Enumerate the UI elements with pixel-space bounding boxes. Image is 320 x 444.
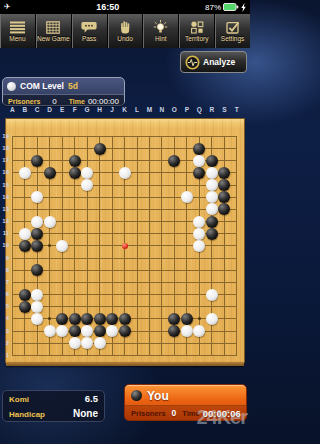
com-time-label: Time — [69, 98, 85, 105]
coord-label-row-8: 8 — [0, 267, 9, 273]
coord-label-col-P: P — [182, 106, 192, 113]
undo-button[interactable]: Undo — [108, 14, 144, 48]
black-stone-O4 — [168, 313, 180, 325]
komi-value: 6.5 — [85, 393, 98, 404]
white-stone-G3 — [81, 325, 93, 337]
white-stone-R6 — [206, 289, 218, 301]
black-stone-H18 — [94, 143, 106, 155]
coord-label-row-10: 10 — [0, 242, 9, 248]
white-stone-J3 — [106, 325, 118, 337]
hint-button-label: Hint — [155, 35, 167, 42]
black-stone-F4 — [69, 313, 81, 325]
coord-label-col-G: G — [82, 106, 92, 113]
black-stone-B6 — [19, 289, 31, 301]
you-prisoners-label: Prisoners — [131, 409, 166, 418]
coord-label-row-9: 9 — [0, 255, 9, 261]
analyze-button-label: Analyze — [203, 57, 235, 67]
white-stone-B16 — [19, 167, 31, 179]
coord-label-row-3: 3 — [0, 328, 9, 334]
new-game-button[interactable]: New Game — [36, 14, 72, 48]
star-point — [198, 317, 201, 320]
white-stone-G16 — [81, 167, 93, 179]
pass-button[interactable]: Pass — [72, 14, 108, 48]
black-stone-O17 — [168, 155, 180, 167]
you-player-label: You — [147, 389, 169, 403]
white-stone-C4 — [31, 313, 43, 325]
black-stone-G4 — [81, 313, 93, 325]
move-marker-K10 — [122, 243, 128, 249]
black-stone-R17 — [206, 155, 218, 167]
territory-squares-icon — [190, 21, 204, 34]
grid-line — [236, 136, 237, 355]
black-stone-S13 — [218, 203, 230, 215]
com-prisoners-value: 0 — [52, 97, 56, 106]
coord-label-col-L: L — [132, 106, 142, 113]
coord-label-row-11: 11 — [0, 230, 9, 236]
coord-label-row-4: 4 — [0, 315, 9, 321]
coord-label-row-2: 2 — [0, 340, 9, 346]
black-stone-P4 — [181, 313, 193, 325]
black-stone-C17 — [31, 155, 43, 167]
star-point — [48, 244, 51, 247]
coord-label-row-14: 14 — [0, 194, 9, 200]
coord-label-row-15: 15 — [0, 182, 9, 188]
white-stone-C12 — [31, 216, 43, 228]
toolbar: Menu New Game Pass Undo — [0, 14, 250, 48]
white-stone-G15 — [81, 179, 93, 191]
grid-line — [137, 136, 138, 355]
grid-line — [161, 136, 162, 355]
coord-label-col-S: S — [219, 106, 229, 113]
coord-label-col-M: M — [145, 106, 155, 113]
white-stone-C5 — [31, 301, 43, 313]
coord-label-col-N: N — [157, 106, 167, 113]
black-stone-F3 — [69, 325, 81, 337]
coord-label-row-17: 17 — [0, 157, 9, 163]
lightbulb-icon — [153, 20, 168, 34]
white-stone-Q10 — [193, 240, 205, 252]
white-stone-Q17 — [193, 155, 205, 167]
com-player-label: COM Level — [20, 81, 64, 91]
grid-line — [12, 270, 238, 271]
white-stone-R13 — [206, 203, 218, 215]
black-stone-K3 — [119, 325, 131, 337]
white-stone-P3 — [181, 325, 193, 337]
white-stone-F2 — [69, 337, 81, 349]
board-area: ABCDEFGHJKLMNOPQRST191817161514131211109… — [0, 106, 250, 370]
new-game-grid-icon — [46, 21, 60, 34]
coord-label-col-D: D — [45, 106, 55, 113]
speech-bubble-icon — [81, 21, 97, 34]
menu-button-label: Menu — [9, 35, 25, 42]
white-stone-R16 — [206, 167, 218, 179]
grid-line — [12, 355, 238, 356]
black-stone-K4 — [119, 313, 131, 325]
black-stone-O3 — [168, 325, 180, 337]
white-stone-E10 — [56, 240, 68, 252]
grid-line — [12, 306, 238, 307]
board-edge-bevel — [6, 362, 244, 366]
coord-label-col-R: R — [207, 106, 217, 113]
black-stone-F16 — [69, 167, 81, 179]
white-stone-H2 — [94, 337, 106, 349]
status-bar: ✈ 16:50 87% — [0, 0, 250, 14]
black-stone-icon — [131, 390, 142, 401]
black-stone-H4 — [94, 313, 106, 325]
coord-label-col-Q: Q — [194, 106, 204, 113]
black-stone-B10 — [19, 240, 31, 252]
hint-button[interactable]: Hint — [143, 14, 179, 48]
pulse-circle-icon — [185, 55, 200, 70]
white-stone-Q3 — [193, 325, 205, 337]
coord-label-row-7: 7 — [0, 279, 9, 285]
coord-label-row-5: 5 — [0, 303, 9, 309]
you-prisoners-value: 0 — [172, 408, 177, 418]
settings-button[interactable]: Settings — [215, 14, 250, 48]
white-stone-C14 — [31, 191, 43, 203]
pass-button-label: Pass — [82, 35, 96, 42]
white-stone-P14 — [181, 191, 193, 203]
coord-label-col-C: C — [32, 106, 42, 113]
coord-label-col-F: F — [70, 106, 80, 113]
black-stone-Q18 — [193, 143, 205, 155]
black-stone-S14 — [218, 191, 230, 203]
black-stone-J4 — [106, 313, 118, 325]
white-stone-C6 — [31, 289, 43, 301]
grid-line — [12, 294, 238, 295]
black-stone-C8 — [31, 264, 43, 276]
black-stone-H3 — [94, 325, 106, 337]
white-stone-B11 — [19, 228, 31, 240]
coord-label-col-T: T — [232, 106, 242, 113]
hand-icon — [118, 21, 132, 34]
white-stone-icon — [7, 82, 16, 91]
black-stone-D16 — [44, 167, 56, 179]
coord-label-col-O: O — [169, 106, 179, 113]
watermark: 24Ker — [196, 406, 247, 429]
black-stone-Q16 — [193, 167, 205, 179]
coord-label-col-J: J — [107, 106, 117, 113]
analyze-button[interactable]: Analyze — [180, 51, 247, 73]
coord-label-row-6: 6 — [0, 291, 9, 297]
black-stone-C11 — [31, 228, 43, 240]
grid-line — [149, 136, 150, 355]
clock-time: 16:50 — [11, 2, 205, 12]
coord-label-col-E: E — [57, 106, 67, 113]
checkbox-icon — [226, 21, 240, 34]
white-stone-D3 — [44, 325, 56, 337]
black-stone-E4 — [56, 313, 68, 325]
white-stone-R15 — [206, 179, 218, 191]
white-stone-E3 — [56, 325, 68, 337]
airplane-icon: ✈ — [4, 0, 11, 14]
coord-label-col-H: H — [95, 106, 105, 113]
grid-line — [12, 258, 238, 259]
com-player-panel: COM Level 5d Prisoners 0 Time 00:00:00 — [2, 77, 125, 106]
white-stone-D12 — [44, 216, 56, 228]
coord-label-col-A: A — [7, 106, 17, 113]
black-stone-C10 — [31, 240, 43, 252]
black-stone-F17 — [69, 155, 81, 167]
black-stone-B5 — [19, 301, 31, 313]
menu-button[interactable]: Menu — [0, 14, 36, 48]
undo-button-label: Undo — [117, 35, 133, 42]
white-stone-R4 — [206, 313, 218, 325]
coord-label-row-19: 19 — [0, 133, 9, 139]
black-stone-S16 — [218, 167, 230, 179]
charging-bolt-icon — [241, 3, 246, 12]
white-stone-K16 — [119, 167, 131, 179]
com-time-value: 00:00:00 — [88, 97, 119, 106]
go-app-screen: { "game": "Go (19x19)", "status_bar": { … — [0, 0, 250, 444]
coord-label-row-16: 16 — [0, 169, 9, 175]
handicap-value: None — [73, 408, 98, 419]
coord-label-col-K: K — [120, 106, 130, 113]
white-stone-Q11 — [193, 228, 205, 240]
com-prisoners-label: Prisoners — [8, 98, 40, 105]
coord-label-row-13: 13 — [0, 206, 9, 212]
settings-button-label: Settings — [221, 35, 245, 42]
com-level-value: 5d — [68, 81, 78, 91]
black-stone-R12 — [206, 216, 218, 228]
white-stone-G2 — [81, 337, 93, 349]
new-game-button-label: New Game — [37, 35, 70, 42]
white-stone-R14 — [206, 191, 218, 203]
battery-percent: 87% — [205, 3, 221, 12]
territory-button[interactable]: Territory — [179, 14, 215, 48]
battery-icon — [223, 3, 239, 11]
coord-label-row-12: 12 — [0, 218, 9, 224]
komi-label: Komi — [9, 395, 29, 404]
komi-panel: Komi 6.5 Handicap None — [2, 390, 105, 422]
territory-button-label: Territory — [185, 35, 208, 42]
menu-icon — [9, 21, 26, 34]
star-point — [48, 317, 51, 320]
coord-label-row-1: 1 — [0, 352, 9, 358]
coord-label-col-B: B — [20, 106, 30, 113]
go-board[interactable] — [6, 119, 244, 362]
black-stone-R11 — [206, 228, 218, 240]
black-stone-S15 — [218, 179, 230, 191]
coord-label-row-18: 18 — [0, 145, 9, 151]
handicap-label: Handicap — [9, 410, 45, 419]
grid-line — [12, 343, 238, 344]
white-stone-Q12 — [193, 216, 205, 228]
grid-line — [12, 282, 238, 283]
